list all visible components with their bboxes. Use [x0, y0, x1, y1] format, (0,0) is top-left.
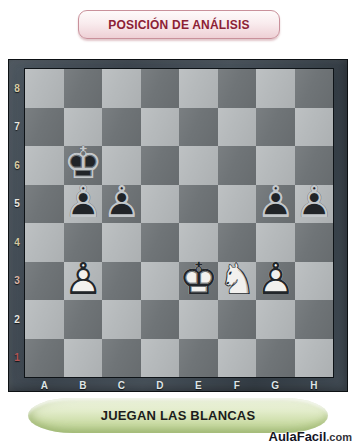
piece-black-pawn-h5: ♟♙ — [295, 185, 334, 224]
white-king-glyph-fill: ♚ — [179, 257, 218, 301]
page: POSICIÓN DE ANÁLISIS 87654321 ♚♔♟♙♟♙♟♙♟♙… — [0, 0, 355, 445]
square-c2 — [102, 300, 141, 339]
piece-white-pawn-b3: ♟♙ — [64, 262, 103, 301]
square-c1 — [102, 339, 141, 378]
square-g6 — [256, 146, 295, 185]
square-e2 — [179, 300, 218, 339]
rank-label-8: 8 — [9, 69, 25, 108]
square-c4 — [102, 223, 141, 262]
square-a3 — [25, 262, 64, 301]
square-d1 — [141, 339, 180, 378]
square-b8 — [64, 69, 103, 108]
square-c5: ♟♙ — [102, 185, 141, 224]
piece-black-pawn-g5: ♟♙ — [256, 185, 295, 224]
square-h1 — [295, 339, 334, 378]
piece-white-king-e3: ♚♔ — [179, 262, 218, 301]
square-g2 — [256, 300, 295, 339]
square-c6 — [102, 146, 141, 185]
rank-label-5: 5 — [9, 185, 25, 224]
brand-watermark: AulaFacil.com — [269, 427, 352, 445]
white-pawn-glyph-fill: ♟ — [256, 257, 295, 301]
square-d8 — [141, 69, 180, 108]
square-e7 — [179, 108, 218, 147]
rank-label-6: 6 — [9, 146, 25, 185]
square-e6 — [179, 146, 218, 185]
square-f2 — [218, 300, 257, 339]
file-label-h: H — [295, 377, 334, 393]
square-h7 — [295, 108, 334, 147]
black-pawn-glyph-fill: ♟ — [256, 180, 295, 224]
square-a2 — [25, 300, 64, 339]
file-label-b: B — [64, 377, 103, 393]
square-a7 — [25, 108, 64, 147]
square-b1 — [64, 339, 103, 378]
rank-label-4: 4 — [9, 223, 25, 262]
square-c7 — [102, 108, 141, 147]
file-label-c: C — [102, 377, 141, 393]
file-label-f: F — [218, 377, 257, 393]
white-knight-glyph-outline: ♘ — [218, 257, 257, 301]
analysis-banner-label: POSICIÓN DE ANÁLISIS — [108, 18, 250, 32]
square-e3: ♚♔ — [179, 262, 218, 301]
white-pawn-glyph-fill: ♟ — [64, 257, 103, 301]
black-pawn-glyph-fill: ♟ — [102, 180, 141, 224]
square-f7 — [218, 108, 257, 147]
piece-black-king-b6: ♚♔ — [64, 146, 103, 185]
black-pawn-glyph-outline: ♙ — [64, 180, 103, 224]
square-e8 — [179, 69, 218, 108]
square-f3: ♞♘ — [218, 262, 257, 301]
file-label-d: D — [141, 377, 180, 393]
square-a8 — [25, 69, 64, 108]
square-f5 — [218, 185, 257, 224]
square-d2 — [141, 300, 180, 339]
square-b5: ♟♙ — [64, 185, 103, 224]
square-d7 — [141, 108, 180, 147]
chess-board: 87654321 ♚♔♟♙♟♙♟♙♟♙♟♙♚♔♞♘♟♙ ABCDEFGH — [8, 59, 348, 392]
square-a4 — [25, 223, 64, 262]
white-pawn-glyph-outline: ♙ — [64, 257, 103, 301]
file-labels: ABCDEFGH — [25, 377, 333, 393]
black-king-glyph-outline: ♔ — [64, 141, 103, 185]
brand-name: AulaFacil — [269, 429, 327, 444]
black-pawn-glyph-outline: ♙ — [256, 180, 295, 224]
piece-white-pawn-g3: ♟♙ — [256, 262, 295, 301]
square-b6: ♚♔ — [64, 146, 103, 185]
file-label-e: E — [179, 377, 218, 393]
square-d6 — [141, 146, 180, 185]
black-pawn-glyph-fill: ♟ — [295, 180, 334, 224]
square-a6 — [25, 146, 64, 185]
piece-black-pawn-c5: ♟♙ — [102, 185, 141, 224]
brand-suffix: .com — [326, 431, 352, 443]
turn-banner-label: JUEGAN LAS BLANCAS — [101, 408, 256, 423]
rank-labels: 87654321 — [9, 69, 25, 377]
black-pawn-glyph-outline: ♙ — [295, 180, 334, 224]
square-c3 — [102, 262, 141, 301]
square-h3 — [295, 262, 334, 301]
square-g4 — [256, 223, 295, 262]
analysis-banner: POSICIÓN DE ANÁLISIS — [78, 10, 280, 39]
square-b4 — [64, 223, 103, 262]
square-h2 — [295, 300, 334, 339]
square-e1 — [179, 339, 218, 378]
white-king-glyph-outline: ♔ — [179, 257, 218, 301]
square-h8 — [295, 69, 334, 108]
square-a5 — [25, 185, 64, 224]
white-pawn-glyph-outline: ♙ — [256, 257, 295, 301]
square-e5 — [179, 185, 218, 224]
black-pawn-glyph-fill: ♟ — [64, 180, 103, 224]
board-squares: ♚♔♟♙♟♙♟♙♟♙♟♙♚♔♞♘♟♙ — [25, 69, 333, 377]
square-b3: ♟♙ — [64, 262, 103, 301]
square-f6 — [218, 146, 257, 185]
square-h5: ♟♙ — [295, 185, 334, 224]
square-a1 — [25, 339, 64, 378]
piece-black-pawn-b5: ♟♙ — [64, 185, 103, 224]
square-g7 — [256, 108, 295, 147]
square-f4 — [218, 223, 257, 262]
square-f8 — [218, 69, 257, 108]
square-g3: ♟♙ — [256, 262, 295, 301]
square-h6 — [295, 146, 334, 185]
square-b2 — [64, 300, 103, 339]
rank-label-7: 7 — [9, 108, 25, 147]
square-g1 — [256, 339, 295, 378]
square-d4 — [141, 223, 180, 262]
square-e4 — [179, 223, 218, 262]
square-c8 — [102, 69, 141, 108]
file-label-g: G — [256, 377, 295, 393]
square-g5: ♟♙ — [256, 185, 295, 224]
rank-label-3: 3 — [9, 262, 25, 301]
square-g8 — [256, 69, 295, 108]
piece-white-knight-f3: ♞♘ — [218, 262, 257, 301]
square-f1 — [218, 339, 257, 378]
black-king-glyph-fill: ♚ — [64, 141, 103, 185]
square-d3 — [141, 262, 180, 301]
black-pawn-glyph-outline: ♙ — [102, 180, 141, 224]
rank-label-1: 1 — [9, 339, 25, 378]
file-label-a: A — [25, 377, 64, 393]
square-d5 — [141, 185, 180, 224]
square-b7 — [64, 108, 103, 147]
white-knight-glyph-fill: ♞ — [218, 257, 257, 301]
rank-label-2: 2 — [9, 300, 25, 339]
square-h4 — [295, 223, 334, 262]
